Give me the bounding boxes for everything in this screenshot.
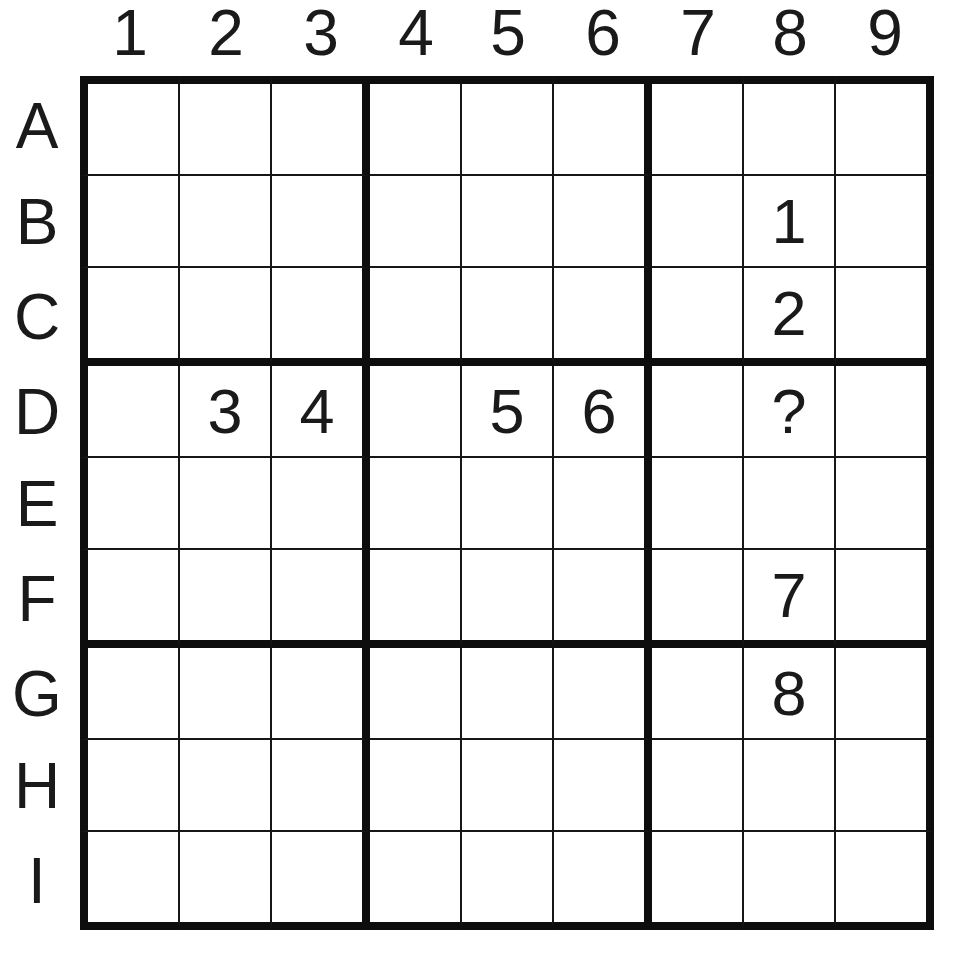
cell-E2[interactable]	[180, 458, 272, 550]
cell-I5[interactable]	[462, 832, 554, 930]
cell-A5[interactable]	[462, 76, 554, 176]
cell-E8[interactable]	[744, 458, 836, 550]
row-label-H: H	[0, 740, 80, 832]
cell-B6[interactable]	[554, 176, 652, 268]
cell-E1[interactable]	[80, 458, 180, 550]
cell-E7[interactable]	[652, 458, 744, 550]
column-label-2: 2	[180, 0, 272, 76]
cell-I7[interactable]	[652, 832, 744, 930]
cell-B7[interactable]	[652, 176, 744, 268]
column-label-6: 6	[554, 0, 652, 76]
cell-G2[interactable]	[180, 648, 272, 740]
cell-A8[interactable]	[744, 76, 836, 176]
cell-F5[interactable]	[462, 550, 554, 648]
cell-G7[interactable]	[652, 648, 744, 740]
row-label-D: D	[0, 366, 80, 458]
column-label-5: 5	[462, 0, 554, 76]
cell-C4[interactable]	[370, 268, 462, 366]
cell-B5[interactable]	[462, 176, 554, 268]
row-label-E: E	[0, 458, 80, 550]
column-label-4: 4	[370, 0, 462, 76]
cell-A9[interactable]	[836, 76, 934, 176]
row-label-I: I	[0, 832, 80, 930]
column-label-1: 1	[80, 0, 180, 76]
cell-I2[interactable]	[180, 832, 272, 930]
cell-C5[interactable]	[462, 268, 554, 366]
cell-D3[interactable]: 4	[272, 366, 370, 458]
cell-B4[interactable]	[370, 176, 462, 268]
cell-A3[interactable]	[272, 76, 370, 176]
cell-E6[interactable]	[554, 458, 652, 550]
cell-D6[interactable]: 6	[554, 366, 652, 458]
cell-E4[interactable]	[370, 458, 462, 550]
sudoku-page: 123456789AB1C2D3456?EF7G8HI	[0, 0, 957, 961]
cell-A1[interactable]	[80, 76, 180, 176]
cell-I3[interactable]	[272, 832, 370, 930]
cell-H2[interactable]	[180, 740, 272, 832]
cell-H6[interactable]	[554, 740, 652, 832]
cell-B8[interactable]: 1	[744, 176, 836, 268]
cell-F6[interactable]	[554, 550, 652, 648]
cell-C9[interactable]	[836, 268, 934, 366]
cell-D5[interactable]: 5	[462, 366, 554, 458]
cell-G5[interactable]	[462, 648, 554, 740]
cell-C2[interactable]	[180, 268, 272, 366]
cell-F3[interactable]	[272, 550, 370, 648]
cell-C6[interactable]	[554, 268, 652, 366]
cell-B1[interactable]	[80, 176, 180, 268]
cell-F1[interactable]	[80, 550, 180, 648]
cell-G3[interactable]	[272, 648, 370, 740]
cell-H9[interactable]	[836, 740, 934, 832]
cell-F8[interactable]: 7	[744, 550, 836, 648]
row-label-B: B	[0, 176, 80, 268]
cell-E9[interactable]	[836, 458, 934, 550]
corner-spacer	[0, 0, 80, 76]
sudoku-board: 123456789AB1C2D3456?EF7G8HI	[0, 0, 934, 930]
cell-H3[interactable]	[272, 740, 370, 832]
cell-A2[interactable]	[180, 76, 272, 176]
column-label-3: 3	[272, 0, 370, 76]
cell-A6[interactable]	[554, 76, 652, 176]
cell-E3[interactable]	[272, 458, 370, 550]
cell-H8[interactable]	[744, 740, 836, 832]
row-label-C: C	[0, 268, 80, 366]
cell-I4[interactable]	[370, 832, 462, 930]
cell-A7[interactable]	[652, 76, 744, 176]
cell-C7[interactable]	[652, 268, 744, 366]
cell-B2[interactable]	[180, 176, 272, 268]
cell-D1[interactable]	[80, 366, 180, 458]
cell-G1[interactable]	[80, 648, 180, 740]
cell-F4[interactable]	[370, 550, 462, 648]
cell-F2[interactable]	[180, 550, 272, 648]
cell-D7[interactable]	[652, 366, 744, 458]
cell-A4[interactable]	[370, 76, 462, 176]
cell-D4[interactable]	[370, 366, 462, 458]
cell-I6[interactable]	[554, 832, 652, 930]
cell-C8[interactable]: 2	[744, 268, 836, 366]
cell-H5[interactable]	[462, 740, 554, 832]
cell-D9[interactable]	[836, 366, 934, 458]
cell-F9[interactable]	[836, 550, 934, 648]
cell-D2[interactable]: 3	[180, 366, 272, 458]
column-label-9: 9	[836, 0, 934, 76]
cell-F7[interactable]	[652, 550, 744, 648]
column-label-7: 7	[652, 0, 744, 76]
row-label-A: A	[0, 76, 80, 176]
cell-D8[interactable]: ?	[744, 366, 836, 458]
column-label-8: 8	[744, 0, 836, 76]
cell-I1[interactable]	[80, 832, 180, 930]
cell-H7[interactable]	[652, 740, 744, 832]
cell-H1[interactable]	[80, 740, 180, 832]
cell-G9[interactable]	[836, 648, 934, 740]
cell-B9[interactable]	[836, 176, 934, 268]
cell-G6[interactable]	[554, 648, 652, 740]
cell-E5[interactable]	[462, 458, 554, 550]
cell-C1[interactable]	[80, 268, 180, 366]
cell-G4[interactable]	[370, 648, 462, 740]
cell-G8[interactable]: 8	[744, 648, 836, 740]
cell-I8[interactable]	[744, 832, 836, 930]
cell-I9[interactable]	[836, 832, 934, 930]
row-label-G: G	[0, 648, 80, 740]
cell-B3[interactable]	[272, 176, 370, 268]
cell-C3[interactable]	[272, 268, 370, 366]
row-label-F: F	[0, 550, 80, 648]
cell-H4[interactable]	[370, 740, 462, 832]
